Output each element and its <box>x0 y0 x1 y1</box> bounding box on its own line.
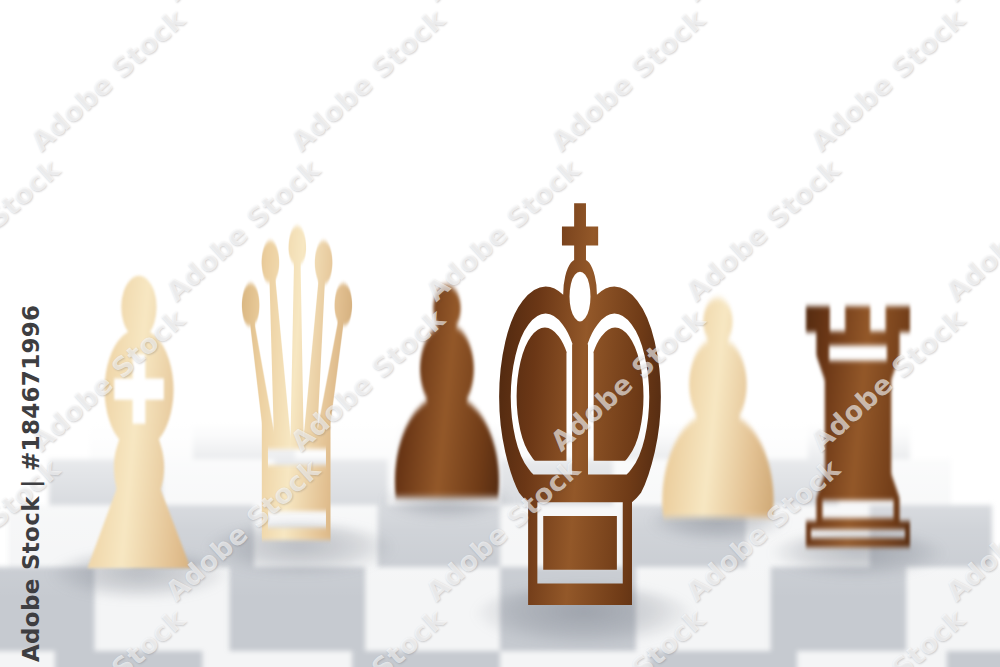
black-rook-piece: ♜ <box>775 268 941 598</box>
watermark-id-label: Adobe Stock | #184671996 <box>18 305 44 662</box>
white-bishop-piece: ♝ <box>40 230 237 630</box>
board-square <box>797 651 946 667</box>
watermark-tile: Adobe Stock <box>940 0 1000 7</box>
stock-photo-chess-scene: ♝♛♟♚♟♜ Adobe StockAdobe StockAdobe Stock… <box>0 0 1000 667</box>
board-square <box>946 651 1000 667</box>
watermark-tile: Adobe Stock <box>680 0 847 7</box>
watermark-tile: Adobe Stock <box>805 3 972 157</box>
watermark-tile: Adobe Stock <box>940 153 1000 307</box>
white-queen-piece: ♛ <box>224 176 370 606</box>
watermark-tile: Adobe Stock <box>160 0 327 7</box>
watermark-tile: Adobe Stock <box>420 0 587 7</box>
watermark-tile: Adobe Stock <box>0 0 66 7</box>
watermark-tile: Adobe Stock <box>285 3 452 157</box>
watermark-tile: Adobe Stock <box>25 3 192 157</box>
